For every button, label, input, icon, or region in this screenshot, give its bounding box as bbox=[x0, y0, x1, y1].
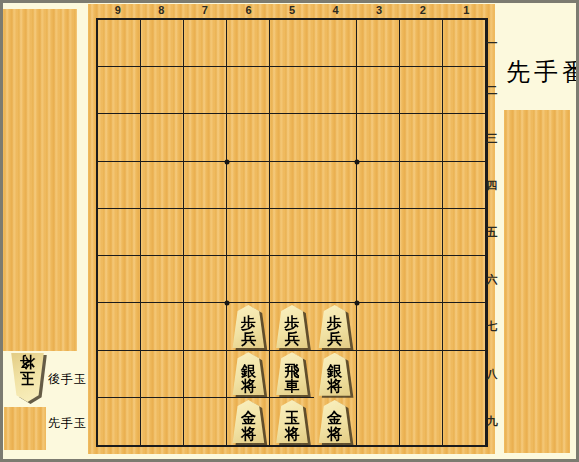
board-cell-7-7[interactable] bbox=[184, 303, 227, 350]
board-cell-7-4[interactable] bbox=[184, 162, 227, 209]
board-cell-4-2[interactable] bbox=[314, 67, 357, 114]
hoshi-dot bbox=[225, 301, 230, 306]
file-label: 1 bbox=[445, 4, 489, 17]
board-cell-9-2[interactable] bbox=[98, 67, 141, 114]
hoshi-dot bbox=[354, 159, 359, 164]
board-cell-2-4[interactable] bbox=[400, 162, 443, 209]
sente-king-label: 先手玉 bbox=[48, 415, 87, 432]
rank-labels: 一二三四五六七八九 bbox=[487, 20, 497, 445]
board-cell-4-7[interactable]: 歩兵 bbox=[314, 303, 357, 350]
board-cell-1-3[interactable] bbox=[443, 114, 486, 161]
board-cell-2-9[interactable] bbox=[400, 398, 443, 445]
board-cell-6-1[interactable] bbox=[227, 20, 270, 67]
board-cell-5-4[interactable] bbox=[270, 162, 313, 209]
board-cell-6-9[interactable]: 金将 bbox=[227, 398, 270, 445]
board-cell-3-1[interactable] bbox=[357, 20, 400, 67]
board-cell-7-9[interactable] bbox=[184, 398, 227, 445]
board-cell-7-8[interactable] bbox=[184, 351, 227, 398]
board-cell-1-4[interactable] bbox=[443, 162, 486, 209]
shogi-app-window: 玉将 後手玉 先手玉 987654321 歩兵歩兵歩兵銀将飛車銀将金将玉将金将 … bbox=[0, 0, 579, 462]
board-cell-5-2[interactable] bbox=[270, 67, 313, 114]
board-cell-8-1[interactable] bbox=[141, 20, 184, 67]
rank-label: 四 bbox=[487, 162, 497, 209]
board-cell-7-3[interactable] bbox=[184, 114, 227, 161]
board-cell-4-5[interactable] bbox=[314, 209, 357, 256]
board-cell-3-5[interactable] bbox=[357, 209, 400, 256]
sente-komadai[interactable] bbox=[504, 110, 570, 453]
file-label: 8 bbox=[140, 4, 184, 17]
board-cell-8-6[interactable] bbox=[141, 256, 184, 303]
shogi-piece-sente[interactable]: 歩兵 bbox=[274, 305, 310, 348]
board-cell-2-1[interactable] bbox=[400, 20, 443, 67]
board-cell-7-6[interactable] bbox=[184, 256, 227, 303]
turn-indicator: 先手番 bbox=[506, 56, 579, 88]
file-label: 2 bbox=[401, 4, 445, 17]
gote-king-label: 後手玉 bbox=[48, 371, 87, 388]
board-cell-6-8[interactable]: 銀将 bbox=[227, 351, 270, 398]
file-label: 5 bbox=[270, 4, 314, 17]
rank-label: 三 bbox=[487, 114, 497, 161]
file-label: 6 bbox=[227, 4, 271, 17]
board-cell-9-7[interactable] bbox=[98, 303, 141, 350]
board-cell-3-8[interactable] bbox=[357, 351, 400, 398]
board-cell-3-2[interactable] bbox=[357, 67, 400, 114]
board-cell-6-2[interactable] bbox=[227, 67, 270, 114]
rank-label: 六 bbox=[487, 256, 497, 303]
board-cell-6-5[interactable] bbox=[227, 209, 270, 256]
shogi-piece-sente[interactable]: 金将 bbox=[230, 400, 266, 443]
board-cell-4-3[interactable] bbox=[314, 114, 357, 161]
board-cell-2-3[interactable] bbox=[400, 114, 443, 161]
board-cell-4-9[interactable]: 金将 bbox=[314, 398, 357, 445]
board-cell-2-8[interactable] bbox=[400, 351, 443, 398]
board-cell-3-7[interactable] bbox=[357, 303, 400, 350]
board-cell-1-6[interactable] bbox=[443, 256, 486, 303]
board-cell-7-5[interactable] bbox=[184, 209, 227, 256]
board-cell-7-2[interactable] bbox=[184, 67, 227, 114]
board-cell-6-6[interactable] bbox=[227, 256, 270, 303]
board-cell-4-4[interactable] bbox=[314, 162, 357, 209]
board-cell-1-1[interactable] bbox=[443, 20, 486, 67]
board-cell-9-4[interactable] bbox=[98, 162, 141, 209]
board-cell-1-2[interactable] bbox=[443, 67, 486, 114]
board-cell-9-1[interactable] bbox=[98, 20, 141, 67]
board-cell-4-1[interactable] bbox=[314, 20, 357, 67]
file-label: 4 bbox=[314, 4, 358, 17]
board-cell-8-7[interactable] bbox=[141, 303, 184, 350]
board-cell-5-1[interactable] bbox=[270, 20, 313, 67]
board-cell-9-3[interactable] bbox=[98, 114, 141, 161]
gote-king-tray[interactable]: 玉将 bbox=[9, 353, 46, 402]
board-cell-9-8[interactable] bbox=[98, 351, 141, 398]
file-label: 7 bbox=[183, 4, 227, 17]
board-cell-7-1[interactable] bbox=[184, 20, 227, 67]
board-cell-8-8[interactable] bbox=[141, 351, 184, 398]
rank-label: 五 bbox=[487, 209, 497, 256]
rank-label: 一 bbox=[487, 20, 497, 67]
rank-label: 九 bbox=[487, 398, 497, 445]
board-cell-5-5[interactable] bbox=[270, 209, 313, 256]
shogi-piece-sente[interactable]: 歩兵 bbox=[230, 305, 266, 348]
board-cell-8-9[interactable] bbox=[141, 398, 184, 445]
board-cell-5-8[interactable]: 飛車 bbox=[270, 351, 313, 398]
board-cell-3-9[interactable] bbox=[357, 398, 400, 445]
sente-king-tray[interactable] bbox=[4, 407, 46, 450]
board-cell-8-2[interactable] bbox=[141, 67, 184, 114]
board-cell-3-6[interactable] bbox=[357, 256, 400, 303]
board-cell-9-9[interactable] bbox=[98, 398, 141, 445]
shogi-piece-sente[interactable]: 銀将 bbox=[230, 352, 266, 395]
board-cell-6-7[interactable]: 歩兵 bbox=[227, 303, 270, 350]
board-cell-8-5[interactable] bbox=[141, 209, 184, 256]
shogi-piece-sente[interactable]: 玉将 bbox=[274, 400, 310, 443]
board-grid: 歩兵歩兵歩兵銀将飛車銀将金将玉将金将 bbox=[96, 18, 488, 447]
board-cell-5-7[interactable]: 歩兵 bbox=[270, 303, 313, 350]
board-cell-1-5[interactable] bbox=[443, 209, 486, 256]
hoshi-dot bbox=[354, 301, 359, 306]
hoshi-dot bbox=[225, 159, 230, 164]
rank-label: 八 bbox=[487, 351, 497, 398]
board-cell-9-6[interactable] bbox=[98, 256, 141, 303]
file-label: 3 bbox=[357, 4, 401, 17]
board-cell-9-5[interactable] bbox=[98, 209, 141, 256]
shogi-piece-sente[interactable]: 歩兵 bbox=[317, 305, 353, 348]
board-cell-2-5[interactable] bbox=[400, 209, 443, 256]
board-cell-6-4[interactable] bbox=[227, 162, 270, 209]
shogi-board: 987654321 歩兵歩兵歩兵銀将飛車銀将金将玉将金将 一二三四五六七八九 bbox=[88, 4, 495, 454]
file-labels: 987654321 bbox=[96, 4, 488, 17]
shogi-piece-sente[interactable]: 金将 bbox=[317, 400, 353, 443]
board-cell-4-8[interactable]: 銀将 bbox=[314, 351, 357, 398]
board-cell-8-4[interactable] bbox=[141, 162, 184, 209]
board-cell-3-3[interactable] bbox=[357, 114, 400, 161]
board-cell-8-3[interactable] bbox=[141, 114, 184, 161]
shogi-piece-sente[interactable]: 飛車 bbox=[274, 352, 310, 395]
board-cell-1-9[interactable] bbox=[443, 398, 486, 445]
gote-komadai[interactable] bbox=[3, 9, 77, 351]
rank-label: 七 bbox=[487, 303, 497, 350]
board-cell-6-3[interactable] bbox=[227, 114, 270, 161]
board-cell-1-7[interactable] bbox=[443, 303, 486, 350]
board-cell-2-7[interactable] bbox=[400, 303, 443, 350]
board-cell-5-3[interactable] bbox=[270, 114, 313, 161]
board-cell-3-4[interactable] bbox=[357, 162, 400, 209]
shogi-piece-sente[interactable]: 銀将 bbox=[317, 353, 353, 396]
board-cell-2-2[interactable] bbox=[400, 67, 443, 114]
board-cell-2-6[interactable] bbox=[400, 256, 443, 303]
board-cell-4-6[interactable] bbox=[314, 256, 357, 303]
file-label: 9 bbox=[96, 4, 140, 17]
board-cell-5-6[interactable] bbox=[270, 256, 313, 303]
board-cell-1-8[interactable] bbox=[443, 351, 486, 398]
board-cell-5-9[interactable]: 玉将 bbox=[270, 398, 313, 445]
shogi-piece-gote[interactable]: 玉将 bbox=[9, 353, 46, 402]
rank-label: 二 bbox=[487, 67, 497, 114]
